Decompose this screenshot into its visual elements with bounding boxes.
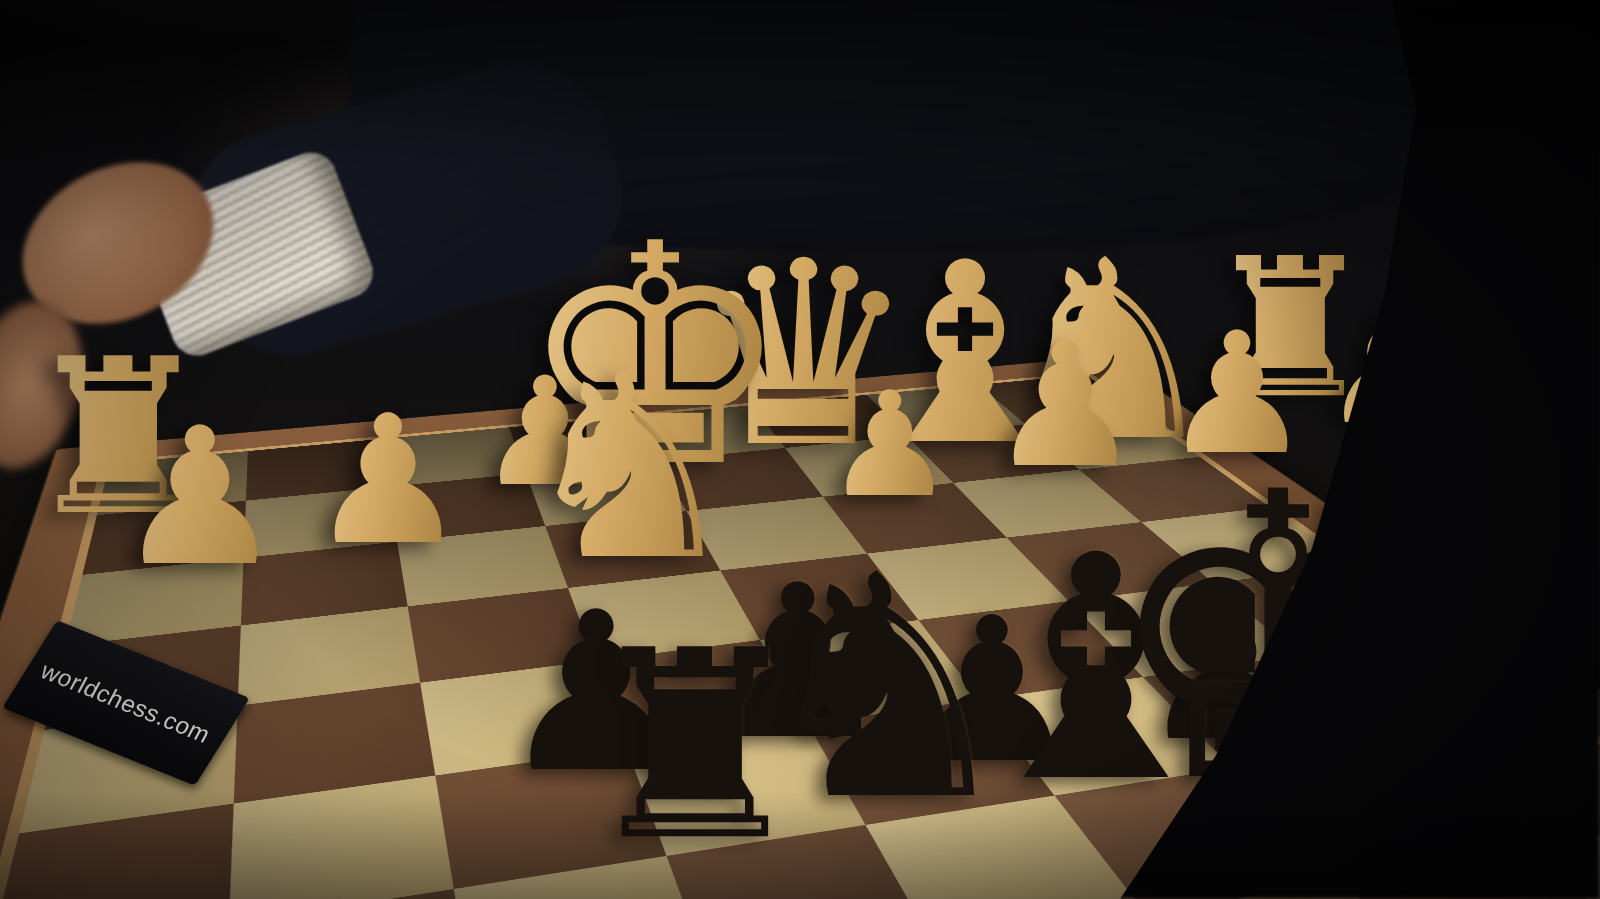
broadcast-photo-scene: worldchess.com ♜♟♞♝♛♟♟♚♟♟♜♟♞♟♟♟♟♟♟♝♚♞♜ xyxy=(0,0,1600,899)
